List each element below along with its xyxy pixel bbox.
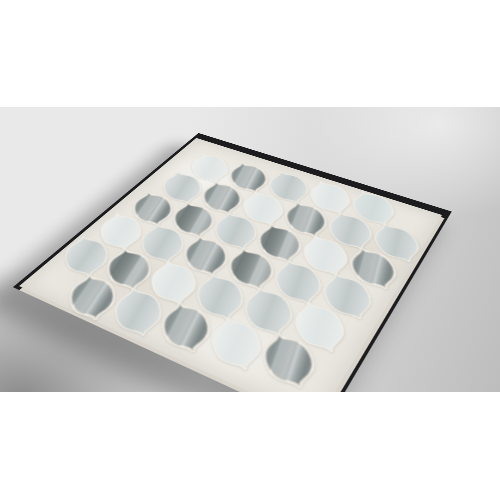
sample-board-frame [13,133,452,392]
top-white-band [0,0,500,107]
photo-page [0,0,500,500]
studio-photo [0,107,500,392]
plaster-base [19,138,442,392]
bottom-white-band [0,392,500,500]
